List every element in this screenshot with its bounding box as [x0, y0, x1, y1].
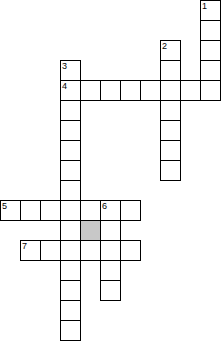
cell-r12c5[interactable] [100, 240, 121, 261]
cell-r4c7[interactable] [140, 80, 161, 101]
crossword-board: 1234567 [0, 0, 221, 341]
cell-r5c3[interactable] [60, 100, 81, 121]
clue-number-7: 7 [22, 241, 27, 251]
cell-r3c3[interactable]: 3 [60, 60, 81, 81]
cell-r4c9[interactable] [180, 80, 201, 101]
cell-r12c2[interactable] [40, 240, 61, 261]
cell-r3c8[interactable] [160, 60, 181, 81]
cell-r6c8[interactable] [160, 120, 181, 141]
clue-number-5: 5 [2, 201, 7, 211]
cell-r4c3[interactable]: 4 [60, 80, 81, 101]
clue-number-6: 6 [102, 201, 107, 211]
cell-r4c5[interactable] [100, 80, 121, 101]
cell-r12c3[interactable] [60, 240, 81, 261]
cell-r13c5[interactable] [100, 260, 121, 281]
cell-r2c8[interactable]: 2 [160, 40, 181, 61]
cell-r11c3[interactable] [60, 220, 81, 241]
cell-r5c8[interactable] [160, 100, 181, 121]
cell-r11c4-shaded[interactable] [80, 220, 101, 241]
cell-r10c0[interactable]: 5 [0, 200, 21, 221]
cell-r10c5[interactable]: 6 [100, 200, 121, 221]
cell-r10c1[interactable] [20, 200, 41, 221]
cell-r10c6[interactable] [120, 200, 141, 221]
cell-r13c3[interactable] [60, 260, 81, 281]
clue-number-4: 4 [62, 81, 67, 91]
cell-r4c8[interactable] [160, 80, 181, 101]
cell-r8c3[interactable] [60, 160, 81, 181]
clue-number-1: 1 [202, 1, 207, 11]
cell-r7c3[interactable] [60, 140, 81, 161]
cell-r1c10[interactable] [200, 20, 221, 41]
clue-number-2: 2 [162, 41, 167, 51]
cell-r0c10[interactable]: 1 [200, 0, 221, 21]
cell-r14c3[interactable] [60, 280, 81, 301]
cell-r10c4[interactable] [80, 200, 101, 221]
cell-r15c3[interactable] [60, 300, 81, 321]
cell-r6c3[interactable] [60, 120, 81, 141]
cell-r3c10[interactable] [200, 60, 221, 81]
cell-r4c10[interactable] [200, 80, 221, 101]
cell-r2c10[interactable] [200, 40, 221, 61]
cell-r12c6[interactable] [120, 240, 141, 261]
cell-r4c4[interactable] [80, 80, 101, 101]
cell-r4c6[interactable] [120, 80, 141, 101]
cell-r11c5[interactable] [100, 220, 121, 241]
cell-r7c8[interactable] [160, 140, 181, 161]
cell-r16c3[interactable] [60, 320, 81, 341]
cell-r9c3[interactable] [60, 180, 81, 201]
clue-number-3: 3 [62, 61, 67, 71]
cell-r12c1[interactable]: 7 [20, 240, 41, 261]
cell-r10c2[interactable] [40, 200, 61, 221]
cell-r10c3[interactable] [60, 200, 81, 221]
cell-r12c4[interactable] [80, 240, 101, 261]
cell-r14c5[interactable] [100, 280, 121, 301]
cell-r8c8[interactable] [160, 160, 181, 181]
